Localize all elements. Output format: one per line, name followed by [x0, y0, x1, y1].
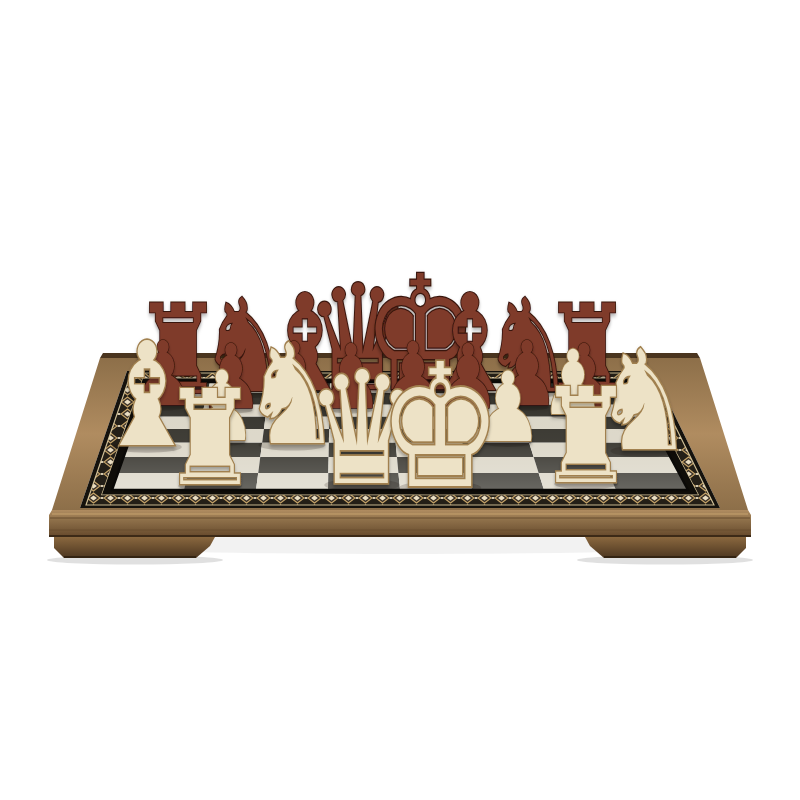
piece-ivory-king-e1: ♚ — [378, 327, 502, 526]
piece-ivory-rook-b1: ♜ — [162, 362, 257, 515]
frame-foot-right — [585, 537, 746, 558]
chess-pieces: ♛♚♝♝♞♞♜♜♟♟♟♟♟♟♟♟♟♟♟♞♝♞♜♛♜♚ — [95, 241, 694, 526]
frame-foot-left — [54, 537, 215, 558]
product-photo-stage: ♛♚♝♝♞♞♜♜♟♟♟♟♟♟♟♟♟♟♟♞♝♞♜♛♜♚ — [0, 0, 800, 800]
piece-ivory-rook-g1: ♜ — [538, 360, 633, 513]
chess-set-photo: ♛♚♝♝♞♞♜♜♟♟♟♟♟♟♟♟♟♟♟♞♝♞♜♛♜♚ — [0, 0, 800, 800]
